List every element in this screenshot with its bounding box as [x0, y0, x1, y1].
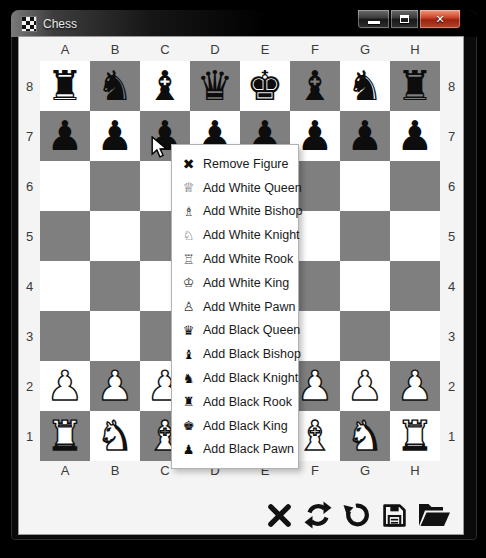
- piece-wp: ♟: [347, 361, 384, 411]
- menu-item-add-black-king[interactable]: ♚Add Black King: [172, 414, 298, 438]
- file-label-top-c: C: [140, 37, 190, 61]
- piece-wr: ♜: [47, 411, 84, 461]
- file-label-top-a: A: [40, 37, 90, 61]
- square-h8[interactable]: ♜: [390, 61, 440, 111]
- square-b2[interactable]: ♟: [90, 361, 140, 411]
- piece-bp: ♟: [397, 111, 434, 161]
- file-label-top-d: D: [190, 37, 240, 61]
- square-a8[interactable]: ♜: [40, 61, 90, 111]
- square-a6[interactable]: [40, 161, 90, 211]
- square-h7[interactable]: ♟: [390, 111, 440, 161]
- rank-label-left-2: 2: [19, 361, 40, 411]
- piece-bp: ♟: [347, 111, 384, 161]
- square-b8[interactable]: ♞: [90, 61, 140, 111]
- menu-item-label: Add White King: [203, 276, 289, 290]
- rank-label-right-2: 2: [440, 361, 463, 411]
- maximize-button[interactable]: [390, 10, 419, 29]
- client-area: ABCDEFGH8♜♞♝♛♚♝♞♜87♟♟♟♟♟♟♟♟7665544332♟♟♟…: [19, 37, 463, 534]
- square-f8[interactable]: ♝: [290, 61, 340, 111]
- file-label-top-f: F: [290, 37, 340, 61]
- square-h5[interactable]: [390, 211, 440, 261]
- piece-bp: ♟: [47, 111, 84, 161]
- clear-icon[interactable]: [266, 502, 293, 529]
- close-icon: ✕: [435, 13, 444, 26]
- piece-wr: ♜: [397, 411, 434, 461]
- square-b6[interactable]: [90, 161, 140, 211]
- square-h3[interactable]: [390, 311, 440, 361]
- square-h1[interactable]: ♜: [390, 411, 440, 461]
- square-b3[interactable]: [90, 311, 140, 361]
- rank-label-right-3: 3: [440, 311, 463, 361]
- add-white-rook-icon: ♖: [181, 252, 196, 267]
- remove-x-icon: ✖: [181, 156, 196, 172]
- menu-item-add-black-bishop[interactable]: ♝Add Black Bishop: [172, 342, 298, 366]
- file-label-bottom-a: A: [40, 461, 90, 479]
- piece-bn: ♞: [97, 61, 134, 111]
- board-corner: [440, 37, 463, 61]
- square-d8[interactable]: ♛: [190, 61, 240, 111]
- piece-wp: ♟: [297, 361, 334, 411]
- add-black-king-icon: ♚: [181, 418, 196, 433]
- menu-item-label: Add Black Knight: [203, 371, 298, 385]
- piece-wp: ♟: [397, 361, 434, 411]
- piece-bp: ♟: [97, 111, 134, 161]
- chess-window: Chess ✕ ABCDEFGH8♜♞♝♛♚♝♞♜87♟♟♟♟♟♟♟♟76655…: [10, 9, 478, 541]
- menu-item-add-white-knight[interactable]: ♘Add White Knight: [172, 223, 298, 247]
- menu-item-add-black-pawn[interactable]: ♟Add Black Pawn: [172, 438, 298, 462]
- file-label-bottom-b: B: [90, 461, 140, 479]
- menu-item-add-black-knight[interactable]: ♞Add Black Knight: [172, 366, 298, 390]
- square-h4[interactable]: [390, 261, 440, 311]
- file-label-bottom-g: G: [340, 461, 390, 479]
- piece-wb: ♝: [297, 411, 334, 461]
- rank-label-right-1: 1: [440, 411, 463, 461]
- undo-icon[interactable]: [343, 501, 371, 529]
- piece-br: ♜: [397, 61, 434, 111]
- rank-label-left-3: 3: [19, 311, 40, 361]
- piece-wp: ♟: [47, 361, 84, 411]
- maximize-icon: [400, 15, 409, 23]
- add-black-queen-icon: ♛: [181, 323, 196, 338]
- square-c8[interactable]: ♝: [140, 61, 190, 111]
- square-a5[interactable]: [40, 211, 90, 261]
- file-label-top-e: E: [240, 37, 290, 61]
- add-white-pawn-icon: ♙: [181, 299, 196, 314]
- piece-bk: ♚: [247, 61, 284, 111]
- save-icon[interactable]: [382, 503, 407, 528]
- rank-label-right-6: 6: [440, 161, 463, 211]
- rank-label-left-5: 5: [19, 211, 40, 261]
- menu-item-label: Add White Pawn: [203, 300, 295, 314]
- close-button[interactable]: ✕: [419, 10, 461, 29]
- square-g4[interactable]: [340, 261, 390, 311]
- square-b7[interactable]: ♟: [90, 111, 140, 161]
- piece-bp: ♟: [297, 111, 334, 161]
- square-a3[interactable]: [40, 311, 90, 361]
- window-title: Chess: [43, 17, 77, 31]
- minimize-button[interactable]: [357, 10, 390, 29]
- square-b1[interactable]: ♞: [90, 411, 140, 461]
- square-b5[interactable]: [90, 211, 140, 261]
- menu-item-label: Add White Rook: [203, 252, 293, 266]
- menu-item-add-white-pawn[interactable]: ♙Add White Pawn: [172, 295, 298, 319]
- menu-item-label: Add White Bishop: [203, 204, 302, 218]
- square-g5[interactable]: [340, 211, 390, 261]
- menu-item-label: Add Black King: [203, 419, 288, 433]
- menu-item-label: Add White Knight: [203, 228, 300, 242]
- rank-label-left-6: 6: [19, 161, 40, 211]
- rank-label-left-7: 7: [19, 111, 40, 161]
- piece-bb: ♝: [147, 61, 184, 111]
- square-g3[interactable]: [340, 311, 390, 361]
- bottom-toolbar: [266, 501, 451, 529]
- menu-item-label: Add Black Pawn: [203, 442, 294, 456]
- piece-bq: ♛: [197, 61, 234, 111]
- screen: Chess ✕ ABCDEFGH8♜♞♝♛♚♝♞♜87♟♟♟♟♟♟♟♟76655…: [0, 0, 486, 558]
- window-controls: ✕: [357, 10, 461, 29]
- square-a1[interactable]: ♜: [40, 411, 90, 461]
- piece-wn: ♞: [347, 411, 384, 461]
- menu-item-add-white-rook[interactable]: ♖Add White Rook: [172, 247, 298, 271]
- square-g2[interactable]: ♟: [340, 361, 390, 411]
- rank-label-left-4: 4: [19, 261, 40, 311]
- piece-wp: ♟: [97, 361, 134, 411]
- file-label-top-h: H: [390, 37, 440, 61]
- add-black-rook-icon: ♜: [181, 394, 196, 409]
- piece-bn: ♞: [347, 61, 384, 111]
- menu-item-add-black-queen[interactable]: ♛Add Black Queen: [172, 319, 298, 343]
- board-corner: [440, 461, 463, 479]
- rank-label-right-5: 5: [440, 211, 463, 261]
- square-b4[interactable]: [90, 261, 140, 311]
- square-a7[interactable]: ♟: [40, 111, 90, 161]
- square-g8[interactable]: ♞: [340, 61, 390, 111]
- refresh-icon[interactable]: [304, 501, 332, 529]
- mouse-cursor-icon: [151, 136, 169, 160]
- title-bar[interactable]: Chess ✕: [11, 10, 477, 37]
- piece-wn: ♞: [97, 411, 134, 461]
- add-white-bishop-icon: ♗: [181, 204, 196, 219]
- rank-label-right-7: 7: [440, 111, 463, 161]
- menu-item-label: Add Black Queen: [203, 323, 300, 337]
- app-checkerboard-icon: [21, 16, 37, 32]
- rank-label-right-8: 8: [440, 61, 463, 111]
- add-white-queen-icon: ♕: [181, 180, 196, 195]
- piece-bb: ♝: [297, 61, 334, 111]
- menu-item-add-white-queen[interactable]: ♕Add White Queen: [172, 176, 298, 200]
- add-black-pawn-icon: ♟: [181, 442, 196, 457]
- square-h6[interactable]: [390, 161, 440, 211]
- square-h2[interactable]: ♟: [390, 361, 440, 411]
- menu-item-label: Add White Queen: [203, 181, 302, 195]
- add-white-king-icon: ♔: [181, 275, 196, 290]
- square-g7[interactable]: ♟: [340, 111, 390, 161]
- file-label-bottom-h: H: [390, 461, 440, 479]
- square-g6[interactable]: [340, 161, 390, 211]
- rank-label-left-8: 8: [19, 61, 40, 111]
- menu-item-label: Remove Figure: [203, 157, 288, 171]
- file-label-top-b: B: [90, 37, 140, 61]
- square-e8[interactable]: ♚: [240, 61, 290, 111]
- menu-item-add-black-rook[interactable]: ♜Add Black Rook: [172, 390, 298, 414]
- file-label-top-g: G: [340, 37, 390, 61]
- square-a4[interactable]: [40, 261, 90, 311]
- menu-item-add-white-bishop[interactable]: ♗Add White Bishop: [172, 200, 298, 224]
- menu-item-label: Add Black Rook: [203, 395, 292, 409]
- rank-label-right-4: 4: [440, 261, 463, 311]
- rank-label-left-1: 1: [19, 411, 40, 461]
- menu-item-add-white-king[interactable]: ♔Add White King: [172, 271, 298, 295]
- board-corner: [19, 37, 40, 61]
- board-context-menu: ✖Remove Figure♕Add White Queen♗Add White…: [171, 144, 299, 469]
- board-corner: [19, 461, 40, 479]
- piece-br: ♜: [47, 61, 84, 111]
- square-a2[interactable]: ♟: [40, 361, 90, 411]
- menu-item-label: Add Black Bishop: [203, 347, 301, 361]
- add-black-bishop-icon: ♝: [181, 347, 196, 362]
- open-folder-icon[interactable]: [418, 502, 451, 528]
- menu-item-remove-figure[interactable]: ✖Remove Figure: [172, 152, 298, 176]
- square-g1[interactable]: ♞: [340, 411, 390, 461]
- add-white-knight-icon: ♘: [181, 228, 196, 243]
- add-black-knight-icon: ♞: [181, 371, 196, 386]
- minimize-icon: [368, 21, 380, 24]
